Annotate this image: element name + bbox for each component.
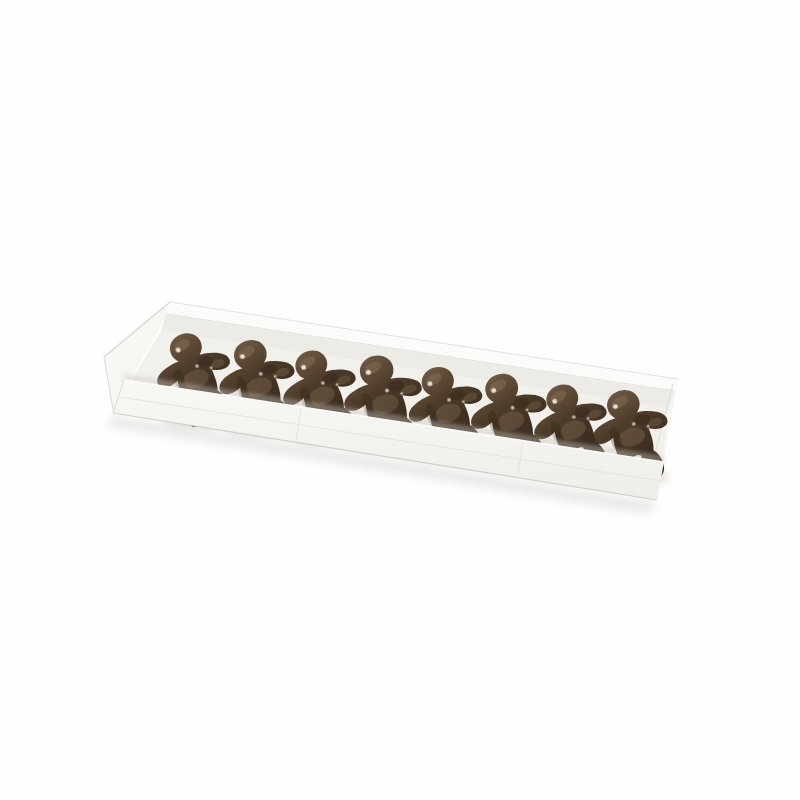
scene-canvas <box>0 0 800 800</box>
product-photo-scene <box>0 0 800 800</box>
